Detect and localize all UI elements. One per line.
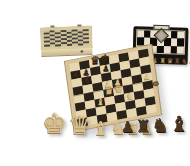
piece-wN: ♞ — [126, 93, 134, 101]
piece-bQ: ♛ — [90, 57, 100, 67]
strip-piece-icon: ♛ — [167, 58, 173, 64]
strip-piece-icon: ♜ — [174, 58, 180, 64]
square: ♞ — [124, 92, 135, 102]
clasp-knob-icon — [152, 80, 159, 86]
piece-bN: ♞ — [83, 76, 91, 84]
piece-bP: ♟ — [73, 71, 80, 78]
square: ♛ — [89, 58, 100, 68]
piece-wB: ♝ — [96, 98, 104, 106]
chess-set-product-photo[interactable]: ♟♞♝♜♛♜♞♟ ♛♚♟♟♟♞♟♟♟♛♚♝♞ ♚♛♝♞♜♟ ♟♜♞♝♛♚ — [40, 16, 190, 166]
dark-pieces-row: ♟♜♞♝♛♚ — [121, 108, 189, 134]
display-piece-Q: ♛ — [68, 114, 91, 136]
display-piece-K: ♚ — [42, 112, 67, 136]
square — [177, 46, 184, 54]
light-pieces-row: ♚♛♝♞♜♟ — [42, 112, 116, 136]
square: ♞ — [81, 76, 92, 86]
strip-piece-icon: ♟ — [188, 58, 190, 64]
hinge-icon — [77, 24, 81, 26]
display-piece-P: ♟ — [121, 121, 134, 134]
display-piece-B: ♝ — [92, 120, 109, 136]
piece-bP: ♟ — [102, 66, 109, 73]
display-piece-B: ♝ — [170, 116, 189, 134]
strip-piece-icon: ♞ — [181, 58, 187, 64]
piece-wP: ♟ — [144, 74, 151, 81]
square: ♝ — [94, 98, 105, 108]
display-piece-N: ♞ — [152, 117, 169, 133]
display-piece-R: ♜ — [135, 119, 150, 133]
hinge-icon — [50, 25, 54, 27]
